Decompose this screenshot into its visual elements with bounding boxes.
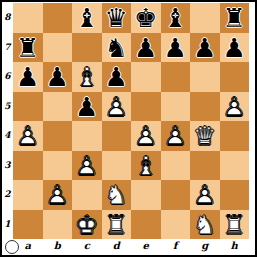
square-g1[interactable]: ♞♘ [190, 210, 220, 240]
piece-glyph: ♟ [220, 33, 250, 63]
square-h5[interactable]: ♟♙ [220, 92, 250, 122]
piece-outline-glyph: ♙ [131, 121, 161, 151]
square-a5[interactable] [13, 92, 43, 122]
piece-glyph: ♜ [13, 33, 43, 63]
square-d5[interactable]: ♟♙ [102, 92, 132, 122]
square-g8[interactable] [190, 3, 220, 33]
square-f4[interactable]: ♟♙ [161, 121, 191, 151]
piece-outline-glyph: ♖ [220, 210, 250, 240]
black-queen[interactable]: ♛ [102, 3, 132, 33]
square-c7[interactable] [72, 33, 102, 63]
square-f8[interactable]: ♝ [161, 3, 191, 33]
white-pawn[interactable]: ♟♙ [43, 180, 73, 210]
white-rook[interactable]: ♜♖ [220, 210, 250, 240]
piece-glyph: ♟ [190, 33, 220, 63]
piece-outline-glyph: ♙ [13, 121, 43, 151]
white-bishop[interactable]: ♝♗ [72, 62, 102, 92]
square-f2[interactable] [161, 180, 191, 210]
square-e1[interactable] [131, 210, 161, 240]
rank-label-8: 8 [2, 3, 13, 33]
square-g7[interactable]: ♟ [190, 33, 220, 63]
piece-glyph: ♟ [13, 62, 43, 92]
square-e6[interactable] [131, 62, 161, 92]
piece-outline-glyph: ♙ [190, 180, 220, 210]
white-pawn[interactable]: ♟♙ [131, 121, 161, 151]
square-b2[interactable]: ♟♙ [43, 180, 73, 210]
square-c6[interactable]: ♝♗ [72, 62, 102, 92]
piece-glyph: ♟ [102, 62, 132, 92]
square-b3[interactable] [43, 151, 73, 181]
square-a4[interactable]: ♟♙ [13, 121, 43, 151]
white-pawn[interactable]: ♟♙ [102, 92, 132, 122]
square-e3[interactable]: ♝♗ [131, 151, 161, 181]
square-g4[interactable]: ♛♕ [190, 121, 220, 151]
black-rook[interactable]: ♜ [220, 3, 250, 33]
square-a2[interactable] [13, 180, 43, 210]
square-d1[interactable]: ♜♖ [102, 210, 132, 240]
square-h7[interactable]: ♟ [220, 33, 250, 63]
square-a1[interactable] [13, 210, 43, 240]
square-b5[interactable] [43, 92, 73, 122]
white-pawn[interactable]: ♟♙ [72, 151, 102, 181]
square-e8[interactable]: ♚ [131, 3, 161, 33]
square-e7[interactable]: ♟ [131, 33, 161, 63]
piece-outline-glyph: ♙ [220, 92, 250, 122]
square-c2[interactable] [72, 180, 102, 210]
file-label-g: g [190, 239, 220, 254]
black-rook[interactable]: ♜ [13, 33, 43, 63]
square-d8[interactable]: ♛ [102, 3, 132, 33]
black-pawn[interactable]: ♟ [220, 33, 250, 63]
piece-glyph: ♟ [161, 33, 191, 63]
square-h6[interactable] [220, 62, 250, 92]
white-queen[interactable]: ♛♕ [190, 121, 220, 151]
white-king[interactable]: ♚♔ [72, 210, 102, 240]
white-rook[interactable]: ♜♖ [102, 210, 132, 240]
black-pawn[interactable]: ♟ [13, 62, 43, 92]
square-h2[interactable] [220, 180, 250, 210]
square-a7[interactable]: ♜ [13, 33, 43, 63]
white-bishop[interactable]: ♝♗ [131, 151, 161, 181]
square-b7[interactable] [43, 33, 73, 63]
piece-outline-glyph: ♕ [190, 121, 220, 151]
piece-glyph: ♟ [131, 33, 161, 63]
square-b1[interactable] [43, 210, 73, 240]
square-e5[interactable] [131, 92, 161, 122]
square-c3[interactable]: ♟♙ [72, 151, 102, 181]
rank-label-3: 3 [2, 151, 13, 181]
black-knight[interactable]: ♞ [102, 33, 132, 63]
white-pawn[interactable]: ♟♙ [220, 92, 250, 122]
black-pawn[interactable]: ♟ [161, 33, 191, 63]
black-pawn[interactable]: ♟ [102, 62, 132, 92]
square-h4[interactable] [220, 121, 250, 151]
square-f5[interactable] [161, 92, 191, 122]
piece-outline-glyph: ♙ [102, 92, 132, 122]
square-d2[interactable]: ♞♘ [102, 180, 132, 210]
white-pawn[interactable]: ♟♙ [13, 121, 43, 151]
piece-outline-glyph: ♘ [102, 180, 132, 210]
square-c1[interactable]: ♚♔ [72, 210, 102, 240]
piece-outline-glyph: ♙ [161, 121, 191, 151]
file-label-e: e [131, 239, 161, 254]
piece-glyph: ♚ [131, 3, 161, 33]
file-labels: abcdefgh [13, 239, 249, 254]
square-f6[interactable] [161, 62, 191, 92]
square-h8[interactable]: ♜ [220, 3, 250, 33]
square-b8[interactable] [43, 3, 73, 33]
file-label-c: c [72, 239, 102, 254]
white-knight[interactable]: ♞♘ [102, 180, 132, 210]
square-a3[interactable] [13, 151, 43, 181]
rank-labels: 87654321 [2, 3, 13, 239]
square-d4[interactable] [102, 121, 132, 151]
black-pawn[interactable]: ♟ [43, 62, 73, 92]
rank-label-4: 4 [2, 121, 13, 151]
piece-outline-glyph: ♗ [72, 62, 102, 92]
chess-diagram: 87654321 ♝♛♚♝♜♜♞♟♟♟♟♟♟♝♗♟♟♟♙♟♙♟♙♟♙♟♙♛♕♟♙… [0, 0, 257, 257]
white-knight[interactable]: ♞♘ [190, 210, 220, 240]
piece-outline-glyph: ♗ [131, 151, 161, 181]
file-label-h: h [220, 239, 250, 254]
piece-outline-glyph: ♙ [43, 180, 73, 210]
square-g2[interactable]: ♟♙ [190, 180, 220, 210]
black-king[interactable]: ♚ [131, 3, 161, 33]
square-c5[interactable]: ♟ [72, 92, 102, 122]
piece-glyph: ♝ [72, 3, 102, 33]
piece-outline-glyph: ♘ [190, 210, 220, 240]
square-f1[interactable] [161, 210, 191, 240]
square-a8[interactable] [13, 3, 43, 33]
chess-board[interactable]: ♝♛♚♝♜♜♞♟♟♟♟♟♟♝♗♟♟♟♙♟♙♟♙♟♙♟♙♛♕♟♙♝♗♟♙♞♘♟♙♚… [13, 3, 249, 239]
square-g6[interactable] [190, 62, 220, 92]
piece-outline-glyph: ♙ [72, 151, 102, 181]
file-label-d: d [102, 239, 132, 254]
black-bishop[interactable]: ♝ [72, 3, 102, 33]
square-c8[interactable]: ♝ [72, 3, 102, 33]
rank-label-5: 5 [2, 92, 13, 122]
file-label-b: b [43, 239, 73, 254]
black-pawn[interactable]: ♟ [190, 33, 220, 63]
white-pawn[interactable]: ♟♙ [161, 121, 191, 151]
piece-outline-glyph: ♖ [102, 210, 132, 240]
square-b4[interactable] [43, 121, 73, 151]
piece-glyph: ♞ [102, 33, 132, 63]
black-pawn[interactable]: ♟ [131, 33, 161, 63]
white-to-move-indicator [5, 240, 19, 254]
piece-glyph: ♟ [43, 62, 73, 92]
square-e2[interactable] [131, 180, 161, 210]
piece-glyph: ♝ [161, 3, 191, 33]
piece-glyph: ♟ [72, 92, 102, 122]
square-d6[interactable]: ♟ [102, 62, 132, 92]
square-a6[interactable]: ♟ [13, 62, 43, 92]
rank-label-6: 6 [2, 62, 13, 92]
rank-label-7: 7 [2, 33, 13, 63]
square-f3[interactable] [161, 151, 191, 181]
piece-glyph: ♜ [220, 3, 250, 33]
black-bishop[interactable]: ♝ [161, 3, 191, 33]
square-h1[interactable]: ♜♖ [220, 210, 250, 240]
square-c4[interactable] [72, 121, 102, 151]
white-pawn[interactable]: ♟♙ [190, 180, 220, 210]
rank-label-1: 1 [2, 210, 13, 240]
piece-outline-glyph: ♔ [72, 210, 102, 240]
square-e4[interactable]: ♟♙ [131, 121, 161, 151]
piece-glyph: ♛ [102, 3, 132, 33]
square-d7[interactable]: ♞ [102, 33, 132, 63]
square-h3[interactable] [220, 151, 250, 181]
square-g3[interactable] [190, 151, 220, 181]
square-f7[interactable]: ♟ [161, 33, 191, 63]
square-d3[interactable] [102, 151, 132, 181]
square-g5[interactable] [190, 92, 220, 122]
black-pawn[interactable]: ♟ [72, 92, 102, 122]
square-b6[interactable]: ♟ [43, 62, 73, 92]
file-label-f: f [161, 239, 191, 254]
rank-label-2: 2 [2, 180, 13, 210]
